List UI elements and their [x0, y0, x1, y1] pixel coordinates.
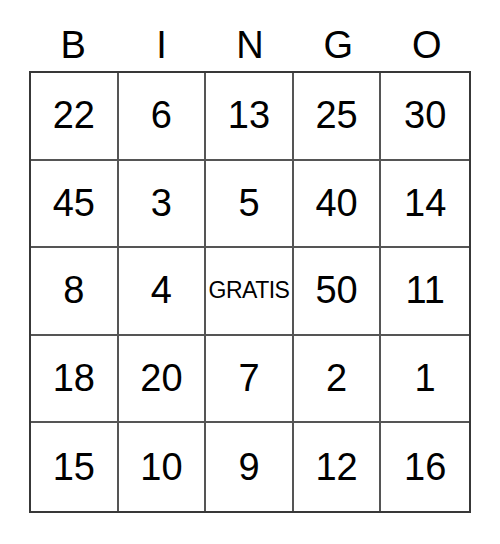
cell-r5c4[interactable]: 12 [294, 423, 382, 511]
bingo-card: B I N G O 22 6 13 25 30 45 3 5 40 14 8 4… [29, 0, 471, 513]
bingo-header: B I N G O [29, 0, 471, 71]
cell-r1c1[interactable]: 22 [31, 73, 119, 161]
cell-r1c5[interactable]: 30 [381, 73, 469, 161]
cell-r3c2[interactable]: 4 [119, 248, 207, 336]
header-letter-i: I [117, 26, 205, 64]
page: { "game": "bingo", "position": "22,6,13,… [0, 0, 500, 544]
cell-r2c3[interactable]: 5 [206, 161, 294, 249]
cell-r1c2[interactable]: 6 [119, 73, 207, 161]
header-letter-b: B [29, 26, 117, 64]
cell-r4c3[interactable]: 7 [206, 336, 294, 424]
cell-r3c1[interactable]: 8 [31, 248, 119, 336]
cell-r4c1[interactable]: 18 [31, 336, 119, 424]
header-letter-n: N [206, 26, 294, 64]
cell-r4c5[interactable]: 1 [381, 336, 469, 424]
cell-r5c5[interactable]: 16 [381, 423, 469, 511]
cell-r4c4[interactable]: 2 [294, 336, 382, 424]
cell-r2c2[interactable]: 3 [119, 161, 207, 249]
cell-r2c4[interactable]: 40 [294, 161, 382, 249]
cell-r3c4[interactable]: 50 [294, 248, 382, 336]
bingo-grid: 22 6 13 25 30 45 3 5 40 14 8 4 GRATIS 50… [29, 71, 471, 513]
cell-r2c1[interactable]: 45 [31, 161, 119, 249]
free-cell[interactable]: GRATIS [206, 248, 294, 336]
cell-r1c4[interactable]: 25 [294, 73, 382, 161]
header-letter-g: G [294, 26, 382, 64]
cell-r1c3[interactable]: 13 [206, 73, 294, 161]
cell-r5c2[interactable]: 10 [119, 423, 207, 511]
cell-r3c5[interactable]: 11 [381, 248, 469, 336]
cell-r5c1[interactable]: 15 [31, 423, 119, 511]
cell-r2c5[interactable]: 14 [381, 161, 469, 249]
cell-r4c2[interactable]: 20 [119, 336, 207, 424]
header-letter-o: O [383, 26, 471, 64]
cell-r5c3[interactable]: 9 [206, 423, 294, 511]
